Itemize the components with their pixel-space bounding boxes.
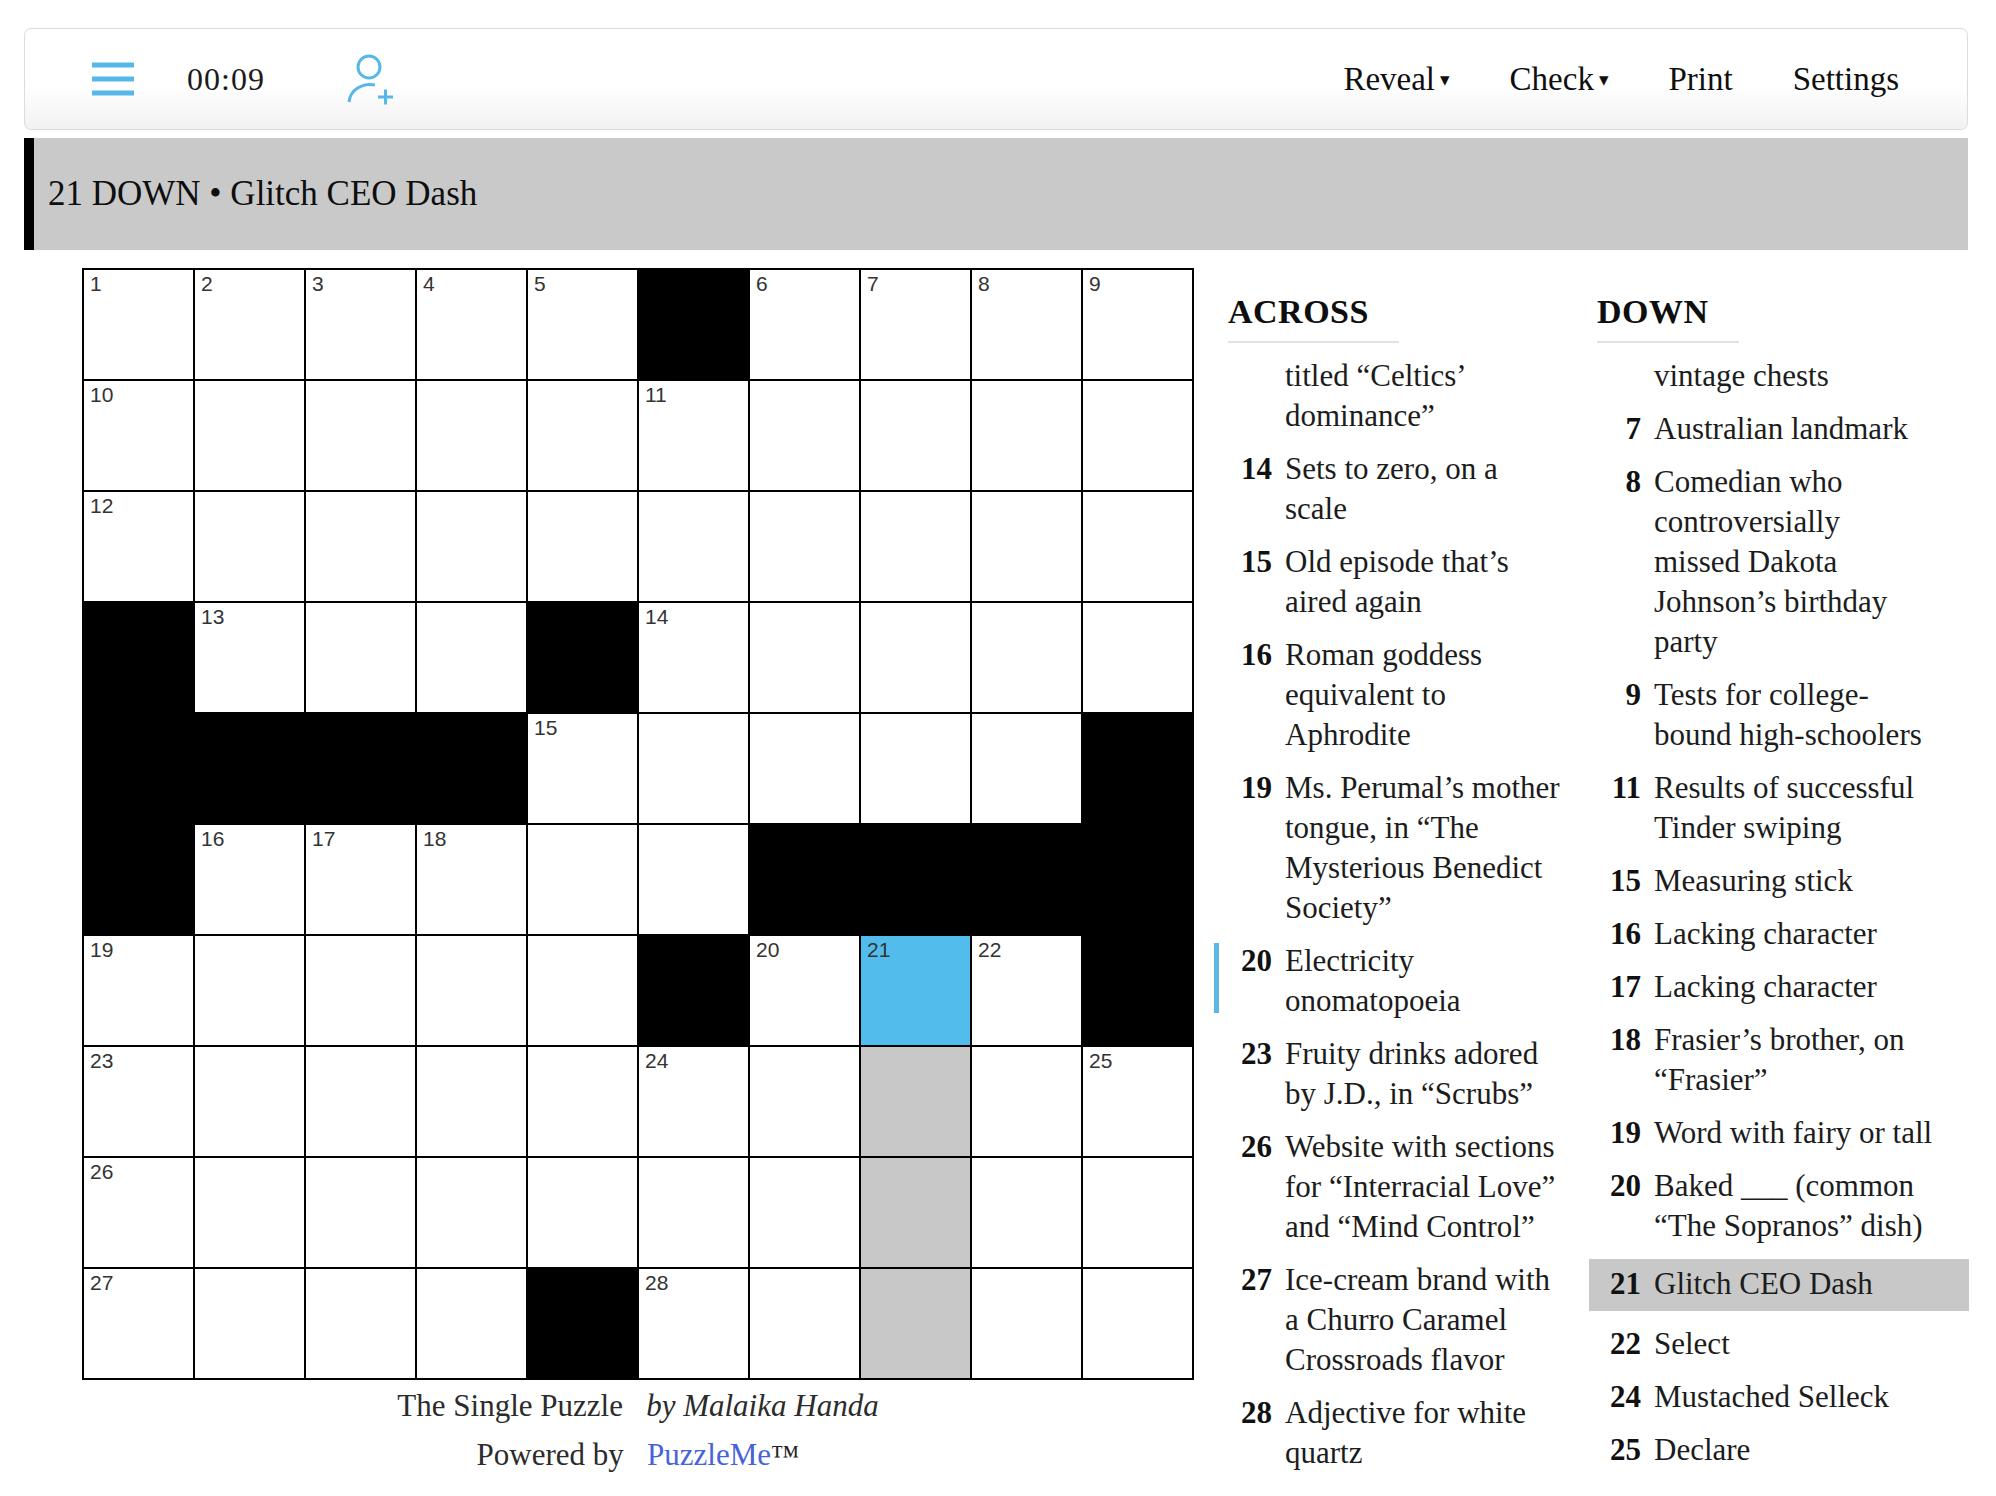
cell-number: 8	[978, 272, 990, 296]
clue-number: 8	[1597, 462, 1641, 662]
grid-cell-r4c4[interactable]	[417, 603, 526, 712]
clue-text: Australian landmark	[1654, 409, 1908, 449]
grid-cell-r10c6[interactable]: 28	[639, 1269, 748, 1378]
down-clue-column: DOWN vintage chests7Australian landmark8…	[1597, 293, 1969, 1483]
grid-cell-r3c10[interactable]	[1083, 492, 1192, 601]
clue-number: 18	[1597, 1020, 1641, 1100]
grid-cell-r9c10[interactable]	[1083, 1158, 1192, 1267]
crossword-grid[interactable]: 1234567891011121314151617181920212223242…	[82, 268, 1194, 1380]
grid-cell-r10c8[interactable]	[861, 1269, 970, 1378]
grid-cell-r3c1[interactable]: 12	[84, 492, 193, 601]
grid-cell-r6c10	[1083, 825, 1192, 934]
grid-cell-r10c4[interactable]	[417, 1269, 526, 1378]
grid-cell-r1c9[interactable]: 8	[972, 270, 1081, 379]
grid-cell-r1c4[interactable]: 4	[417, 270, 526, 379]
clue-number: 17	[1597, 967, 1641, 1007]
grid-cell-r10c3[interactable]	[306, 1269, 415, 1378]
clue-down-8[interactable]: 8Comedian who controversially missed Dak…	[1597, 462, 1969, 662]
grid-cell-r8c1[interactable]: 23	[84, 1047, 193, 1156]
cell-number: 1	[90, 272, 102, 296]
grid-cell-r6c8	[861, 825, 970, 934]
clue-number: 20	[1597, 1166, 1641, 1246]
grid-cell-r8c3[interactable]	[306, 1047, 415, 1156]
reveal-button[interactable]: Reveal▾	[1343, 61, 1449, 98]
grid-cell-r10c2[interactable]	[195, 1269, 304, 1378]
clue-across-23[interactable]: 23Fruity drinks adored by J.D., in “Scru…	[1228, 1034, 1590, 1114]
cell-number: 7	[867, 272, 879, 296]
clue-number: 26	[1228, 1127, 1272, 1247]
across-clue-column: ACROSS titled “Celtics’ dominance”14Sets…	[1228, 293, 1590, 1486]
grid-cell-r5c4	[417, 714, 526, 823]
clue-number: 20	[1228, 941, 1272, 1021]
grid-cell-r1c10[interactable]: 9	[1083, 270, 1192, 379]
grid-cell-r9c1[interactable]: 26	[84, 1158, 193, 1267]
clue-text: Tests for college- bound high-schoolers	[1654, 675, 1922, 755]
clue-across-27[interactable]: 27Ice-cream brand with a Churro Caramel …	[1228, 1260, 1590, 1380]
grid-cell-r5c8[interactable]	[861, 714, 970, 823]
grid-cell-r1c5[interactable]: 5	[528, 270, 637, 379]
trademark-symbol: ™	[771, 1439, 799, 1471]
clue-number: 27	[1228, 1260, 1272, 1380]
grid-cell-r4c1	[84, 603, 193, 712]
settings-button[interactable]: Settings	[1793, 61, 1899, 98]
grid-cell-r10c9[interactable]	[972, 1269, 1081, 1378]
cell-number: 18	[423, 827, 446, 851]
grid-cell-r1c2[interactable]: 2	[195, 270, 304, 379]
cell-number: 12	[90, 494, 113, 518]
clue-down-17[interactable]: 17Lacking character	[1597, 967, 1969, 1007]
clue-across-19[interactable]: 19Ms. Perumal’s mother tongue, in “The M…	[1228, 768, 1590, 928]
cell-number: 16	[201, 827, 224, 851]
grid-cell-r6c1	[84, 825, 193, 934]
grid-cell-r2c7[interactable]	[750, 381, 859, 490]
grid-cell-r9c7[interactable]	[750, 1158, 859, 1267]
grid-cell-r9c4[interactable]	[417, 1158, 526, 1267]
grid-cell-r4c8[interactable]	[861, 603, 970, 712]
grid-cell-r7c9[interactable]: 22	[972, 936, 1081, 1045]
grid-cell-r2c8[interactable]	[861, 381, 970, 490]
grid-cell-r3c7[interactable]	[750, 492, 859, 601]
clue-down-22[interactable]: 22Select	[1597, 1324, 1969, 1364]
clue-number: 28	[1228, 1393, 1272, 1473]
clue-down-15[interactable]: 15Measuring stick	[1597, 861, 1969, 901]
clue-down-25[interactable]: 25Declare	[1597, 1430, 1969, 1470]
grid-cell-r5c5[interactable]: 15	[528, 714, 637, 823]
clue-down-16[interactable]: 16Lacking character	[1597, 914, 1969, 954]
grid-cell-r5c6[interactable]	[639, 714, 748, 823]
grid-cell-r10c5	[528, 1269, 637, 1378]
grid-cell-r8c10[interactable]: 25	[1083, 1047, 1192, 1156]
grid-cell-r8c5[interactable]	[528, 1047, 637, 1156]
cell-number: 14	[645, 605, 668, 629]
clue-text: Ms. Perumal’s mother tongue, in “The Mys…	[1285, 768, 1560, 928]
grid-cell-r7c3[interactable]	[306, 936, 415, 1045]
clue-text: Fruity drinks adored by J.D., in “Scrubs…	[1285, 1034, 1538, 1114]
clue-number: 24	[1597, 1377, 1641, 1417]
grid-cell-r9c8[interactable]	[861, 1158, 970, 1267]
grid-cell-r10c1[interactable]: 27	[84, 1269, 193, 1378]
grid-cell-r2c4[interactable]	[417, 381, 526, 490]
across-header: ACROSS	[1228, 293, 1399, 343]
toolbar: 00:09 Reveal▾ Check▾ Print Settings	[24, 28, 1968, 130]
grid-cell-r7c8[interactable]: 21	[861, 936, 970, 1045]
cell-number: 21	[867, 938, 890, 962]
clue-text: Comedian who controversially missed Dako…	[1654, 462, 1887, 662]
cell-number: 20	[756, 938, 779, 962]
grid-cell-r3c2[interactable]	[195, 492, 304, 601]
clue-text: Lacking character	[1654, 967, 1877, 1007]
person-plus-icon[interactable]	[343, 52, 395, 106]
grid-cell-r4c7[interactable]	[750, 603, 859, 712]
clue-number: 9	[1597, 675, 1641, 755]
grid-cell-r4c9[interactable]	[972, 603, 1081, 712]
cell-number: 23	[90, 1049, 113, 1073]
grid-cell-r1c8[interactable]: 7	[861, 270, 970, 379]
clue-number: 23	[1228, 1034, 1272, 1114]
grid-cell-r3c5[interactable]	[528, 492, 637, 601]
clue-number: 11	[1597, 768, 1641, 848]
clue-text: Website with sections for “Interracial L…	[1285, 1127, 1555, 1247]
grid-cell-r2c5[interactable]	[528, 381, 637, 490]
clue-text: Sets to zero, on a scale	[1285, 449, 1498, 529]
powered-by: Powered by PuzzleMe™	[82, 1437, 1194, 1473]
puzzle-byline: by Malaika Handa	[646, 1388, 878, 1423]
cell-number: 3	[312, 272, 324, 296]
clue-down-continuation-0[interactable]: vintage chests	[1597, 356, 1969, 396]
grid-cell-r6c5[interactable]	[528, 825, 637, 934]
grid-cell-r2c1[interactable]: 10	[84, 381, 193, 490]
grid-cell-r8c4[interactable]	[417, 1047, 526, 1156]
clue-down-11[interactable]: 11Results of successful Tinder swiping	[1597, 768, 1969, 848]
grid-cell-r2c9[interactable]	[972, 381, 1081, 490]
clue-text: Baked ___ (common “The Sopranos” dish)	[1654, 1166, 1923, 1246]
grid-cell-r4c5	[528, 603, 637, 712]
clue-text: Results of successful Tinder swiping	[1654, 768, 1914, 848]
clue-number: 14	[1228, 449, 1272, 529]
active-clue-banner: 21 DOWN • Glitch CEO Dash	[24, 138, 1968, 250]
cell-number: 5	[534, 272, 546, 296]
cell-number: 22	[978, 938, 1001, 962]
grid-cell-r8c6[interactable]: 24	[639, 1047, 748, 1156]
grid-cell-r4c3[interactable]	[306, 603, 415, 712]
clue-text: Mustached Selleck	[1654, 1377, 1889, 1417]
chevron-down-icon: ▾	[1440, 68, 1450, 91]
grid-cell-r10c7[interactable]	[750, 1269, 859, 1378]
grid-cell-r5c1	[84, 714, 193, 823]
clue-across-continuation-0[interactable]: titled “Celtics’ dominance”	[1228, 356, 1590, 436]
clue-text: Frasier’s brother, on “Frasier”	[1654, 1020, 1904, 1100]
clue-across-28[interactable]: 28Adjective for white quartz	[1228, 1393, 1590, 1473]
clue-number: 19	[1228, 768, 1272, 928]
clue-text: Electricity onomatopoeia	[1285, 941, 1461, 1021]
grid-cell-r1c7[interactable]: 6	[750, 270, 859, 379]
grid-cell-r6c3[interactable]: 17	[306, 825, 415, 934]
clue-across-26[interactable]: 26Website with sections for “Interracial…	[1228, 1127, 1590, 1247]
grid-cell-r5c3	[306, 714, 415, 823]
clue-text: Measuring stick	[1654, 861, 1853, 901]
clue-down-20[interactable]: 20Baked ___ (common “The Sopranos” dish)	[1597, 1166, 1969, 1246]
cell-number: 26	[90, 1160, 113, 1184]
clue-text: Glitch CEO Dash	[1654, 1264, 1873, 1304]
grid-cell-r1c3[interactable]: 3	[306, 270, 415, 379]
chevron-down-icon: ▾	[1599, 68, 1609, 91]
grid-cell-r3c4[interactable]	[417, 492, 526, 601]
grid-cell-r2c10[interactable]	[1083, 381, 1192, 490]
grid-cell-r7c10	[1083, 936, 1192, 1045]
grid-cell-r9c2[interactable]	[195, 1158, 304, 1267]
clue-across-15[interactable]: 15Old episode that’s aired again	[1228, 542, 1590, 622]
grid-cell-r7c7[interactable]: 20	[750, 936, 859, 1045]
clue-number: 15	[1228, 542, 1272, 622]
cell-number: 4	[423, 272, 435, 296]
clue-text: Old episode that’s aired again	[1285, 542, 1509, 622]
grid-cell-r9c9[interactable]	[972, 1158, 1081, 1267]
powered-by-text: Powered by	[477, 1437, 624, 1472]
clue-down-7[interactable]: 7Australian landmark	[1597, 409, 1969, 449]
toolbar-menu: Reveal▾ Check▾ Print Settings	[1343, 61, 1899, 98]
cell-number: 28	[645, 1271, 668, 1295]
clue-number: 7	[1597, 409, 1641, 449]
grid-cell-r6c2[interactable]: 16	[195, 825, 304, 934]
clue-text: Adjective for white quartz	[1285, 1393, 1526, 1473]
clue-number	[1597, 356, 1641, 396]
grid-cell-r7c6	[639, 936, 748, 1045]
grid-cell-r4c10[interactable]	[1083, 603, 1192, 712]
grid-cell-r8c7[interactable]	[750, 1047, 859, 1156]
puzzle-title: The Single Puzzle	[397, 1388, 623, 1423]
grid-cell-r2c6[interactable]: 11	[639, 381, 748, 490]
clue-text: vintage chests	[1654, 356, 1829, 396]
clue-number: 22	[1597, 1324, 1641, 1364]
grid-cell-r6c6[interactable]	[639, 825, 748, 934]
grid-cell-r6c7	[750, 825, 859, 934]
grid-cell-r9c5[interactable]	[528, 1158, 637, 1267]
clue-number: 16	[1228, 635, 1272, 755]
grid-cell-r8c2[interactable]	[195, 1047, 304, 1156]
cell-number: 13	[201, 605, 224, 629]
grid-cell-r7c1[interactable]: 19	[84, 936, 193, 1045]
grid-cell-r5c7[interactable]	[750, 714, 859, 823]
grid-cell-r9c6[interactable]	[639, 1158, 748, 1267]
grid-cell-r3c9[interactable]	[972, 492, 1081, 601]
down-header: DOWN	[1597, 293, 1739, 343]
clue-down-18[interactable]: 18Frasier’s brother, on “Frasier”	[1597, 1020, 1969, 1100]
clue-down-24[interactable]: 24Mustached Selleck	[1597, 1377, 1969, 1417]
clue-down-21[interactable]: 21Glitch CEO Dash	[1589, 1259, 1969, 1311]
clue-number: 15	[1597, 861, 1641, 901]
grid-cell-r4c6[interactable]: 14	[639, 603, 748, 712]
grid-cell-r3c3[interactable]	[306, 492, 415, 601]
clue-text: Word with fairy or tall	[1654, 1113, 1932, 1153]
cell-number: 25	[1089, 1049, 1112, 1073]
clue-number: 21	[1597, 1264, 1641, 1304]
clue-text: Ice-cream brand with a Churro Caramel Cr…	[1285, 1260, 1550, 1380]
clue-down-9[interactable]: 9Tests for college- bound high-schoolers	[1597, 675, 1969, 755]
puzzleme-link[interactable]: PuzzleMe	[647, 1437, 771, 1472]
grid-cell-r3c8[interactable]	[861, 492, 970, 601]
clue-down-19[interactable]: 19Word with fairy or tall	[1597, 1113, 1969, 1153]
check-label: Check	[1510, 61, 1594, 97]
grid-cell-r9c3[interactable]	[306, 1158, 415, 1267]
clue-text: titled “Celtics’ dominance”	[1285, 356, 1467, 436]
timer: 00:09	[187, 61, 265, 98]
grid-cell-r7c5[interactable]	[528, 936, 637, 1045]
across-clue-list: titled “Celtics’ dominance”14Sets to zer…	[1228, 356, 1590, 1473]
grid-cell-r10c10[interactable]	[1083, 1269, 1192, 1378]
clue-text: Declare	[1654, 1430, 1750, 1470]
cell-number: 2	[201, 272, 213, 296]
puzzle-credit: The Single Puzzle by Malaika Handa	[82, 1388, 1194, 1424]
active-clue-text: 21 DOWN • Glitch CEO Dash	[48, 174, 477, 214]
hamburger-menu-icon[interactable]	[89, 59, 137, 99]
grid-cell-r7c4[interactable]	[417, 936, 526, 1045]
clue-across-20[interactable]: 20Electricity onomatopoeia	[1228, 941, 1590, 1021]
cell-number: 10	[90, 383, 113, 407]
clue-number	[1228, 356, 1272, 436]
grid-cell-r8c8[interactable]	[861, 1047, 970, 1156]
clue-number: 19	[1597, 1113, 1641, 1153]
clue-text: Roman goddess equivalent to Aphrodite	[1285, 635, 1482, 755]
clue-text: Lacking character	[1654, 914, 1877, 954]
grid-cell-r5c9[interactable]	[972, 714, 1081, 823]
cell-number: 24	[645, 1049, 668, 1073]
clue-number: 25	[1597, 1430, 1641, 1470]
reveal-label: Reveal	[1343, 61, 1435, 97]
grid-cell-r1c6	[639, 270, 748, 379]
cell-number: 9	[1089, 272, 1101, 296]
cell-number: 19	[90, 938, 113, 962]
down-clue-list: vintage chests7Australian landmark8Comed…	[1597, 356, 1969, 1470]
grid-cell-r1c1[interactable]: 1	[84, 270, 193, 379]
cell-number: 6	[756, 272, 768, 296]
cell-number: 11	[645, 383, 667, 407]
grid-cell-r4c2[interactable]: 13	[195, 603, 304, 712]
clue-text: Select	[1654, 1324, 1730, 1364]
grid-cell-r8c9[interactable]	[972, 1047, 1081, 1156]
cell-number: 27	[90, 1271, 113, 1295]
cell-number: 17	[312, 827, 335, 851]
check-button[interactable]: Check▾	[1510, 61, 1609, 98]
grid-cell-r5c10	[1083, 714, 1192, 823]
grid-cell-r7c2[interactable]	[195, 936, 304, 1045]
grid-cell-r6c4[interactable]: 18	[417, 825, 526, 934]
clue-across-14[interactable]: 14Sets to zero, on a scale	[1228, 449, 1590, 529]
grid-cell-r3c6[interactable]	[639, 492, 748, 601]
print-button[interactable]: Print	[1668, 61, 1732, 98]
grid-cell-r2c3[interactable]	[306, 381, 415, 490]
grid-cell-r5c2	[195, 714, 304, 823]
cell-number: 15	[534, 716, 557, 740]
grid-cell-r6c9	[972, 825, 1081, 934]
clue-across-16[interactable]: 16Roman goddess equivalent to Aphrodite	[1228, 635, 1590, 755]
clue-number: 16	[1597, 914, 1641, 954]
grid-cell-r2c2[interactable]	[195, 381, 304, 490]
